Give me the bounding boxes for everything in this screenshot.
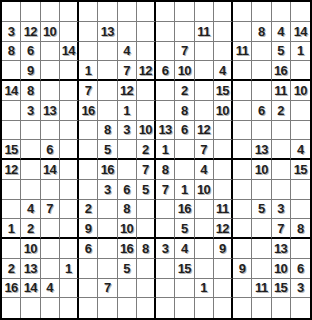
empty-cell-r15c10[interactable] [175, 279, 194, 299]
empty-cell-r9c5[interactable] [79, 160, 98, 180]
empty-cell-r4c6[interactable] [98, 61, 117, 81]
empty-cell-r2c7[interactable] [118, 22, 137, 42]
empty-cell-r12c13[interactable] [233, 219, 252, 239]
empty-cell-r2c9[interactable] [156, 22, 175, 42]
empty-cell-r7c5[interactable] [79, 121, 98, 141]
empty-cell-r10c2[interactable] [21, 180, 40, 200]
empty-cell-r16c13[interactable] [233, 298, 252, 318]
empty-cell-r4c13[interactable] [233, 61, 252, 81]
empty-cell-r4c1[interactable] [2, 61, 21, 81]
given-cell-r4c5[interactable]: 1 [79, 61, 98, 81]
given-cell-r10c10[interactable]: 1 [175, 180, 194, 200]
given-cell-r15c16[interactable]: 3 [291, 279, 310, 299]
given-cell-r15c11[interactable]: 1 [195, 279, 214, 299]
empty-cell-r14c11[interactable] [195, 259, 214, 279]
empty-cell-r13c3[interactable] [41, 239, 60, 259]
empty-cell-r8c10[interactable] [175, 140, 194, 160]
empty-cell-r12c14[interactable] [252, 219, 271, 239]
empty-cell-r1c16[interactable] [291, 2, 310, 22]
empty-cell-r2c5[interactable] [79, 22, 98, 42]
empty-cell-r10c5[interactable] [79, 180, 98, 200]
empty-cell-r7c4[interactable] [60, 121, 79, 141]
empty-cell-r16c10[interactable] [175, 298, 194, 318]
given-cell-r3c16[interactable]: 1 [291, 42, 310, 62]
empty-cell-r11c4[interactable] [60, 200, 79, 220]
empty-cell-r1c13[interactable] [233, 2, 252, 22]
empty-cell-r6c1[interactable] [2, 101, 21, 121]
empty-cell-r3c11[interactable] [195, 42, 214, 62]
given-cell-r13c15[interactable]: 13 [272, 239, 291, 259]
empty-cell-r8c13[interactable] [233, 140, 252, 160]
empty-cell-r4c3[interactable] [41, 61, 60, 81]
empty-cell-r6c9[interactable] [156, 101, 175, 121]
given-cell-r2c3[interactable]: 10 [41, 22, 60, 42]
given-cell-r14c15[interactable]: 10 [272, 259, 291, 279]
empty-cell-r15c13[interactable] [233, 279, 252, 299]
empty-cell-r16c15[interactable] [272, 298, 291, 318]
empty-cell-r11c6[interactable] [98, 200, 117, 220]
empty-cell-r4c11[interactable] [195, 61, 214, 81]
empty-cell-r12c9[interactable] [156, 219, 175, 239]
empty-cell-r10c3[interactable] [41, 180, 60, 200]
given-cell-r4c15[interactable]: 16 [272, 61, 291, 81]
given-cell-r8c16[interactable]: 4 [291, 140, 310, 160]
empty-cell-r2c12[interactable] [214, 22, 233, 42]
given-cell-r4c9[interactable]: 6 [156, 61, 175, 81]
given-cell-r14c16[interactable]: 6 [291, 259, 310, 279]
empty-cell-r1c7[interactable] [118, 2, 137, 22]
empty-cell-r4c16[interactable] [291, 61, 310, 81]
empty-cell-r12c3[interactable] [41, 219, 60, 239]
given-cell-r11c5[interactable]: 2 [79, 200, 98, 220]
empty-cell-r14c9[interactable] [156, 259, 175, 279]
given-cell-r13c2[interactable]: 10 [21, 239, 40, 259]
given-cell-r10c8[interactable]: 5 [137, 180, 156, 200]
given-cell-r4c7[interactable]: 7 [118, 61, 137, 81]
empty-cell-r5c11[interactable] [195, 81, 214, 101]
given-cell-r9c16[interactable]: 15 [291, 160, 310, 180]
empty-cell-r12c6[interactable] [98, 219, 117, 239]
empty-cell-r14c6[interactable] [98, 259, 117, 279]
empty-cell-r16c7[interactable] [118, 298, 137, 318]
empty-cell-r13c4[interactable] [60, 239, 79, 259]
empty-cell-r3c12[interactable] [214, 42, 233, 62]
given-cell-r12c7[interactable]: 10 [118, 219, 137, 239]
empty-cell-r1c3[interactable] [41, 2, 60, 22]
empty-cell-r12c11[interactable] [195, 219, 214, 239]
given-cell-r9c1[interactable]: 12 [2, 160, 21, 180]
empty-cell-r13c14[interactable] [252, 239, 271, 259]
given-cell-r4c12[interactable]: 4 [214, 61, 233, 81]
given-cell-r9c3[interactable]: 14 [41, 160, 60, 180]
empty-cell-r7c3[interactable] [41, 121, 60, 141]
empty-cell-r6c11[interactable] [195, 101, 214, 121]
empty-cell-r10c16[interactable] [291, 180, 310, 200]
given-cell-r7c10[interactable]: 6 [175, 121, 194, 141]
empty-cell-r1c1[interactable] [2, 2, 21, 22]
given-cell-r9c6[interactable]: 16 [98, 160, 117, 180]
empty-cell-r14c5[interactable] [79, 259, 98, 279]
empty-cell-r3c8[interactable] [137, 42, 156, 62]
empty-cell-r16c6[interactable] [98, 298, 117, 318]
empty-cell-r12c8[interactable] [137, 219, 156, 239]
empty-cell-r9c7[interactable] [118, 160, 137, 180]
empty-cell-r16c9[interactable] [156, 298, 175, 318]
empty-cell-r13c13[interactable] [233, 239, 252, 259]
empty-cell-r11c16[interactable] [291, 200, 310, 220]
given-cell-r9c8[interactable]: 7 [137, 160, 156, 180]
empty-cell-r9c10[interactable] [175, 160, 194, 180]
empty-cell-r7c2[interactable] [21, 121, 40, 141]
empty-cell-r7c14[interactable] [252, 121, 271, 141]
empty-cell-r11c13[interactable] [233, 200, 252, 220]
given-cell-r7c7[interactable]: 3 [118, 121, 137, 141]
empty-cell-r2c13[interactable] [233, 22, 252, 42]
empty-cell-r16c16[interactable] [291, 298, 310, 318]
given-cell-r8c3[interactable]: 6 [41, 140, 60, 160]
empty-cell-r9c13[interactable] [233, 160, 252, 180]
given-cell-r3c13[interactable]: 11 [233, 42, 252, 62]
given-cell-r7c6[interactable]: 8 [98, 121, 117, 141]
empty-cell-r8c4[interactable] [60, 140, 79, 160]
empty-cell-r10c15[interactable] [272, 180, 291, 200]
empty-cell-r15c12[interactable] [214, 279, 233, 299]
given-cell-r6c2[interactable]: 3 [21, 101, 40, 121]
empty-cell-r7c16[interactable] [291, 121, 310, 141]
given-cell-r13c8[interactable]: 8 [137, 239, 156, 259]
given-cell-r15c6[interactable]: 7 [98, 279, 117, 299]
given-cell-r9c14[interactable]: 10 [252, 160, 271, 180]
empty-cell-r12c4[interactable] [60, 219, 79, 239]
empty-cell-r16c5[interactable] [79, 298, 98, 318]
empty-cell-r9c4[interactable] [60, 160, 79, 180]
empty-cell-r1c11[interactable] [195, 2, 214, 22]
given-cell-r13c7[interactable]: 16 [118, 239, 137, 259]
given-cell-r8c14[interactable]: 13 [252, 140, 271, 160]
empty-cell-r10c13[interactable] [233, 180, 252, 200]
given-cell-r6c7[interactable]: 1 [118, 101, 137, 121]
empty-cell-r13c16[interactable] [291, 239, 310, 259]
given-cell-r6c10[interactable]: 8 [175, 101, 194, 121]
empty-cell-r8c15[interactable] [272, 140, 291, 160]
empty-cell-r1c2[interactable] [21, 2, 40, 22]
empty-cell-r7c15[interactable] [272, 121, 291, 141]
given-cell-r5c10[interactable]: 2 [175, 81, 194, 101]
empty-cell-r5c14[interactable] [252, 81, 271, 101]
given-cell-r11c10[interactable]: 16 [175, 200, 194, 220]
empty-cell-r1c5[interactable] [79, 2, 98, 22]
given-cell-r5c15[interactable]: 11 [272, 81, 291, 101]
empty-cell-r5c9[interactable] [156, 81, 175, 101]
empty-cell-r10c4[interactable] [60, 180, 79, 200]
given-cell-r10c9[interactable]: 7 [156, 180, 175, 200]
empty-cell-r16c3[interactable] [41, 298, 60, 318]
given-cell-r12c2[interactable]: 2 [21, 219, 40, 239]
given-cell-r8c1[interactable]: 15 [2, 140, 21, 160]
given-cell-r3c4[interactable]: 14 [60, 42, 79, 62]
empty-cell-r13c11[interactable] [195, 239, 214, 259]
empty-cell-r11c1[interactable] [2, 200, 21, 220]
empty-cell-r5c4[interactable] [60, 81, 79, 101]
empty-cell-r3c6[interactable] [98, 42, 117, 62]
given-cell-r15c14[interactable]: 11 [252, 279, 271, 299]
given-cell-r11c15[interactable]: 3 [272, 200, 291, 220]
empty-cell-r9c15[interactable] [272, 160, 291, 180]
empty-cell-r1c6[interactable] [98, 2, 117, 22]
given-cell-r3c2[interactable]: 6 [21, 42, 40, 62]
given-cell-r14c1[interactable]: 2 [2, 259, 21, 279]
given-cell-r2c2[interactable]: 12 [21, 22, 40, 42]
given-cell-r13c5[interactable]: 6 [79, 239, 98, 259]
given-cell-r10c7[interactable]: 6 [118, 180, 137, 200]
empty-cell-r4c14[interactable] [252, 61, 271, 81]
empty-cell-r14c3[interactable] [41, 259, 60, 279]
empty-cell-r7c1[interactable] [2, 121, 21, 141]
given-cell-r14c10[interactable]: 15 [175, 259, 194, 279]
empty-cell-r5c3[interactable] [41, 81, 60, 101]
given-cell-r8c11[interactable]: 7 [195, 140, 214, 160]
empty-cell-r16c11[interactable] [195, 298, 214, 318]
empty-cell-r8c2[interactable] [21, 140, 40, 160]
sudoku-board: 3121013118414861447115191712610416148712… [0, 0, 312, 320]
empty-cell-r6c16[interactable] [291, 101, 310, 121]
given-cell-r12c16[interactable]: 8 [291, 219, 310, 239]
given-cell-r10c11[interactable]: 10 [195, 180, 214, 200]
given-cell-r14c2[interactable]: 13 [21, 259, 40, 279]
empty-cell-r13c1[interactable] [2, 239, 21, 259]
empty-cell-r4c4[interactable] [60, 61, 79, 81]
empty-cell-r5c8[interactable] [137, 81, 156, 101]
empty-cell-r9c12[interactable] [214, 160, 233, 180]
sudoku-puzzle: 3121013118414861447115191712610416148712… [0, 0, 312, 320]
given-cell-r3c7[interactable]: 4 [118, 42, 137, 62]
given-cell-r3c1[interactable]: 8 [2, 42, 21, 62]
empty-cell-r16c8[interactable] [137, 298, 156, 318]
given-cell-r9c11[interactable]: 4 [195, 160, 214, 180]
given-cell-r5c12[interactable]: 15 [214, 81, 233, 101]
given-cell-r12c12[interactable]: 12 [214, 219, 233, 239]
empty-cell-r6c8[interactable] [137, 101, 156, 121]
empty-cell-r8c7[interactable] [118, 140, 137, 160]
given-cell-r11c7[interactable]: 8 [118, 200, 137, 220]
empty-cell-r11c9[interactable] [156, 200, 175, 220]
empty-cell-r16c1[interactable] [2, 298, 21, 318]
empty-cell-r3c14[interactable] [252, 42, 271, 62]
empty-cell-r16c14[interactable] [252, 298, 271, 318]
empty-cell-r15c9[interactable] [156, 279, 175, 299]
empty-cell-r2c8[interactable] [137, 22, 156, 42]
given-cell-r5c1[interactable]: 14 [2, 81, 21, 101]
given-cell-r5c5[interactable]: 7 [79, 81, 98, 101]
empty-cell-r6c13[interactable] [233, 101, 252, 121]
empty-cell-r3c9[interactable] [156, 42, 175, 62]
empty-cell-r1c12[interactable] [214, 2, 233, 22]
given-cell-r2c11[interactable]: 11 [195, 22, 214, 42]
empty-cell-r13c6[interactable] [98, 239, 117, 259]
given-cell-r6c15[interactable]: 2 [272, 101, 291, 121]
given-cell-r3c10[interactable]: 7 [175, 42, 194, 62]
empty-cell-r14c14[interactable] [252, 259, 271, 279]
given-cell-r6c3[interactable]: 13 [41, 101, 60, 121]
empty-cell-r15c7[interactable] [118, 279, 137, 299]
empty-cell-r2c10[interactable] [175, 22, 194, 42]
given-cell-r12c15[interactable]: 7 [272, 219, 291, 239]
given-cell-r15c3[interactable]: 4 [41, 279, 60, 299]
given-cell-r8c9[interactable]: 1 [156, 140, 175, 160]
empty-cell-r15c5[interactable] [79, 279, 98, 299]
given-cell-r11c14[interactable]: 5 [252, 200, 271, 220]
given-cell-r12c5[interactable]: 9 [79, 219, 98, 239]
given-cell-r11c12[interactable]: 11 [214, 200, 233, 220]
empty-cell-r3c5[interactable] [79, 42, 98, 62]
given-cell-r4c8[interactable]: 12 [137, 61, 156, 81]
empty-cell-r14c8[interactable] [137, 259, 156, 279]
empty-cell-r11c11[interactable] [195, 200, 214, 220]
empty-cell-r8c12[interactable] [214, 140, 233, 160]
empty-cell-r1c9[interactable] [156, 2, 175, 22]
given-cell-r12c1[interactable]: 1 [2, 219, 21, 239]
given-cell-r13c9[interactable]: 3 [156, 239, 175, 259]
empty-cell-r6c4[interactable] [60, 101, 79, 121]
empty-cell-r7c13[interactable] [233, 121, 252, 141]
empty-cell-r2c4[interactable] [60, 22, 79, 42]
empty-cell-r1c8[interactable] [137, 2, 156, 22]
empty-cell-r1c15[interactable] [272, 2, 291, 22]
given-cell-r2c1[interactable]: 3 [2, 22, 21, 42]
given-cell-r2c6[interactable]: 13 [98, 22, 117, 42]
given-cell-r13c10[interactable]: 4 [175, 239, 194, 259]
empty-cell-r1c10[interactable] [175, 2, 194, 22]
given-cell-r3c15[interactable]: 5 [272, 42, 291, 62]
empty-cell-r10c14[interactable] [252, 180, 271, 200]
given-cell-r7c11[interactable]: 12 [195, 121, 214, 141]
given-cell-r11c2[interactable]: 4 [21, 200, 40, 220]
given-cell-r6c5[interactable]: 16 [79, 101, 98, 121]
given-cell-r14c13[interactable]: 9 [233, 259, 252, 279]
empty-cell-r16c12[interactable] [214, 298, 233, 318]
given-cell-r14c4[interactable]: 1 [60, 259, 79, 279]
given-cell-r5c2[interactable]: 8 [21, 81, 40, 101]
given-cell-r15c2[interactable]: 14 [21, 279, 40, 299]
empty-cell-r1c14[interactable] [252, 2, 271, 22]
given-cell-r6c12[interactable]: 10 [214, 101, 233, 121]
empty-cell-r14c12[interactable] [214, 259, 233, 279]
empty-cell-r16c2[interactable] [21, 298, 40, 318]
given-cell-r8c6[interactable]: 5 [98, 140, 117, 160]
empty-cell-r10c1[interactable] [2, 180, 21, 200]
given-cell-r9c9[interactable]: 8 [156, 160, 175, 180]
given-cell-r7c8[interactable]: 10 [137, 121, 156, 141]
given-cell-r11c3[interactable]: 7 [41, 200, 60, 220]
empty-cell-r15c4[interactable] [60, 279, 79, 299]
given-cell-r7c9[interactable]: 13 [156, 121, 175, 141]
given-cell-r13c12[interactable]: 9 [214, 239, 233, 259]
given-cell-r15c1[interactable]: 16 [2, 279, 21, 299]
empty-cell-r3c3[interactable] [41, 42, 60, 62]
empty-cell-r7c12[interactable] [214, 121, 233, 141]
given-cell-r2c16[interactable]: 14 [291, 22, 310, 42]
given-cell-r12c10[interactable]: 5 [175, 219, 194, 239]
empty-cell-r16c4[interactable] [60, 298, 79, 318]
given-cell-r2c14[interactable]: 8 [252, 22, 271, 42]
given-cell-r15c15[interactable]: 15 [272, 279, 291, 299]
given-cell-r6c14[interactable]: 6 [252, 101, 271, 121]
empty-cell-r6c6[interactable] [98, 101, 117, 121]
given-cell-r5c16[interactable]: 10 [291, 81, 310, 101]
empty-cell-r8c5[interactable] [79, 140, 98, 160]
given-cell-r8c8[interactable]: 2 [137, 140, 156, 160]
empty-cell-r1c4[interactable] [60, 2, 79, 22]
given-cell-r4c2[interactable]: 9 [21, 61, 40, 81]
given-cell-r2c15[interactable]: 4 [272, 22, 291, 42]
empty-cell-r9c2[interactable] [21, 160, 40, 180]
given-cell-r4c10[interactable]: 10 [175, 61, 194, 81]
empty-cell-r11c8[interactable] [137, 200, 156, 220]
given-cell-r10c6[interactable]: 3 [98, 180, 117, 200]
empty-cell-r10c12[interactable] [214, 180, 233, 200]
empty-cell-r5c13[interactable] [233, 81, 252, 101]
empty-cell-r5c6[interactable] [98, 81, 117, 101]
empty-cell-r15c8[interactable] [137, 279, 156, 299]
given-cell-r5c7[interactable]: 12 [118, 81, 137, 101]
given-cell-r14c7[interactable]: 5 [118, 259, 137, 279]
